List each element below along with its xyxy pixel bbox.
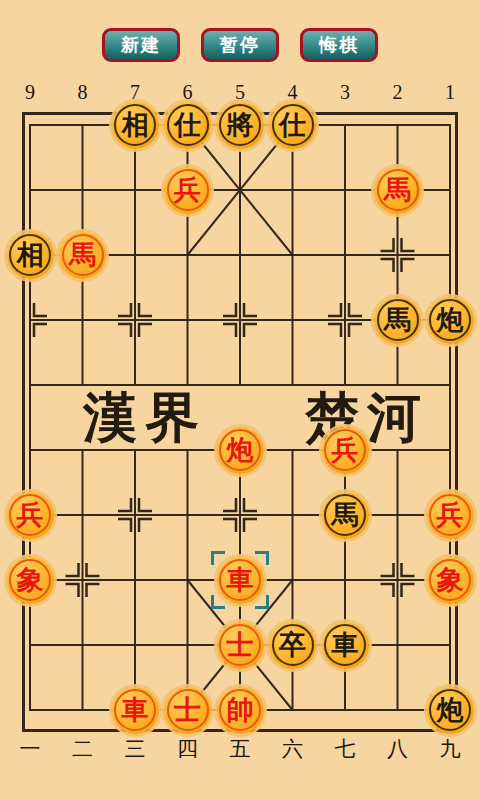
piece-black-elephant[interactable]: 相 [112, 102, 159, 149]
piece-glyph: 兵 [17, 502, 44, 529]
piece-glyph: 仕 [279, 112, 306, 139]
piece-glyph: 車 [122, 697, 149, 724]
piece-glyph: 相 [17, 242, 44, 269]
piece-black-pawn[interactable]: 卒 [269, 622, 316, 669]
piece-red-horse[interactable]: 馬 [374, 167, 421, 214]
piece-red-advisor[interactable]: 士 [217, 622, 264, 669]
piece-glyph: 兵 [332, 437, 359, 464]
piece-red-pawn[interactable]: 兵 [164, 167, 211, 214]
piece-glyph: 馬 [69, 242, 96, 269]
piece-black-elephant[interactable]: 相 [7, 232, 54, 279]
piece-glyph: 兵 [437, 502, 464, 529]
piece-glyph: 象 [17, 567, 44, 594]
piece-black-horse[interactable]: 馬 [374, 297, 421, 344]
piece-black-chariot[interactable]: 車 [322, 622, 369, 669]
piece-red-advisor[interactable]: 士 [164, 687, 211, 734]
piece-glyph: 車 [227, 567, 254, 594]
piece-glyph: 士 [227, 632, 254, 659]
piece-black-cannon[interactable]: 炮 [427, 687, 474, 734]
piece-black-general[interactable]: 將 [217, 102, 264, 149]
piece-glyph: 將 [227, 112, 254, 139]
piece-black-advisor[interactable]: 仕 [164, 102, 211, 149]
piece-red-general[interactable]: 帥 [217, 687, 264, 734]
board-grid[interactable]: 相仕將仕兵馬相馬馬炮炮兵兵馬兵象車象士卒車車士帥炮 [4, 93, 477, 743]
piece-glyph: 炮 [227, 437, 254, 464]
piece-glyph: 帥 [227, 697, 254, 724]
piece-glyph: 馬 [384, 177, 411, 204]
piece-red-chariot[interactable]: 車 [217, 557, 264, 604]
piece-red-pawn[interactable]: 兵 [427, 492, 474, 539]
piece-red-cannon[interactable]: 炮 [217, 427, 264, 474]
piece-glyph: 馬 [332, 502, 359, 529]
piece-red-elephant[interactable]: 象 [7, 557, 54, 604]
piece-glyph: 相 [122, 112, 149, 139]
piece-glyph: 炮 [437, 697, 464, 724]
piece-red-chariot[interactable]: 車 [112, 687, 159, 734]
piece-glyph: 馬 [384, 307, 411, 334]
piece-black-advisor[interactable]: 仕 [269, 102, 316, 149]
xiangqi-app: 新建 暂停 悔棋 987654321 一二三四五六七八九 漢界 楚河 相仕將仕兵… [0, 0, 480, 800]
piece-glyph: 兵 [174, 177, 201, 204]
piece-glyph: 卒 [279, 632, 306, 659]
piece-glyph: 士 [174, 697, 201, 724]
piece-red-pawn[interactable]: 兵 [322, 427, 369, 474]
piece-glyph: 仕 [174, 112, 201, 139]
piece-glyph: 車 [332, 632, 359, 659]
piece-glyph: 炮 [437, 307, 464, 334]
piece-red-pawn[interactable]: 兵 [7, 492, 54, 539]
piece-red-horse[interactable]: 馬 [59, 232, 106, 279]
piece-black-cannon[interactable]: 炮 [427, 297, 474, 344]
piece-glyph: 象 [437, 567, 464, 594]
piece-black-horse[interactable]: 馬 [322, 492, 369, 539]
piece-red-elephant[interactable]: 象 [427, 557, 474, 604]
